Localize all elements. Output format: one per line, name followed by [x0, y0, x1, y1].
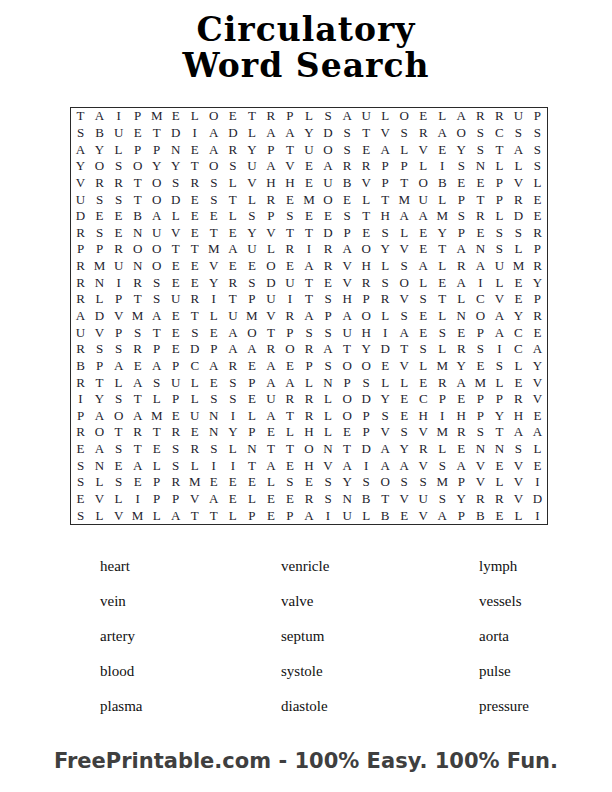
grid-cell[interactable]: V [338, 258, 357, 275]
grid-cell[interactable]: M [185, 474, 204, 491]
grid-cell[interactable]: A [280, 125, 299, 142]
grid-cell[interactable]: R [71, 341, 90, 358]
grid-cell[interactable]: S [185, 324, 204, 341]
grid-cell[interactable]: P [128, 141, 147, 158]
grid-cell[interactable]: O [147, 191, 166, 208]
grid-cell[interactable]: T [90, 374, 109, 391]
grid-cell[interactable]: V [280, 158, 299, 175]
grid-cell[interactable]: E [223, 258, 242, 275]
grid-cell[interactable]: H [357, 324, 376, 341]
grid-cell[interactable]: S [433, 457, 452, 474]
grid-cell[interactable]: T [433, 291, 452, 308]
grid-cell[interactable]: T [166, 241, 185, 258]
grid-cell[interactable]: E [509, 291, 528, 308]
grid-cell[interactable]: A [242, 341, 261, 358]
grid-cell[interactable]: N [471, 158, 490, 175]
grid-cell[interactable]: A [338, 241, 357, 258]
grid-cell[interactable]: U [509, 108, 528, 125]
grid-cell[interactable]: E [109, 208, 128, 225]
grid-cell[interactable]: S [319, 324, 338, 341]
grid-cell[interactable]: S [319, 291, 338, 308]
grid-cell[interactable]: P [261, 141, 280, 158]
grid-cell[interactable]: S [357, 474, 376, 491]
grid-cell[interactable]: A [147, 358, 166, 375]
grid-cell[interactable]: P [357, 291, 376, 308]
grid-cell[interactable]: T [147, 324, 166, 341]
grid-cell[interactable]: O [128, 241, 147, 258]
grid-cell[interactable]: E [357, 141, 376, 158]
grid-cell[interactable]: S [90, 191, 109, 208]
grid-cell[interactable]: L [433, 258, 452, 275]
grid-cell[interactable]: T [395, 341, 414, 358]
grid-cell[interactable]: C [471, 291, 490, 308]
grid-cell[interactable]: I [433, 408, 452, 425]
grid-cell[interactable]: U [223, 308, 242, 325]
grid-cell[interactable]: A [128, 457, 147, 474]
grid-cell[interactable]: Y [452, 358, 471, 375]
grid-cell[interactable]: P [528, 108, 547, 125]
grid-cell[interactable]: C [509, 324, 528, 341]
grid-cell[interactable]: T [185, 308, 204, 325]
grid-cell[interactable]: E [319, 274, 338, 291]
grid-cell[interactable]: A [528, 341, 547, 358]
grid-cell[interactable]: A [109, 358, 128, 375]
grid-cell[interactable]: C [185, 358, 204, 375]
grid-cell[interactable]: V [319, 457, 338, 474]
grid-cell[interactable]: I [204, 291, 223, 308]
grid-cell[interactable]: E [452, 441, 471, 458]
grid-cell[interactable]: A [90, 441, 109, 458]
grid-cell[interactable]: P [90, 358, 109, 375]
grid-cell[interactable]: E [528, 457, 547, 474]
grid-cell[interactable]: S [147, 374, 166, 391]
grid-cell[interactable]: I [128, 491, 147, 508]
grid-cell[interactable]: O [338, 408, 357, 425]
grid-cell[interactable]: H [509, 408, 528, 425]
grid-cell[interactable]: T [185, 241, 204, 258]
grid-cell[interactable]: A [204, 358, 223, 375]
grid-cell[interactable]: M [128, 507, 147, 524]
grid-cell[interactable]: E [147, 441, 166, 458]
grid-cell[interactable]: E [414, 108, 433, 125]
grid-cell[interactable]: R [280, 391, 299, 408]
grid-cell[interactable]: S [414, 291, 433, 308]
grid-cell[interactable]: R [128, 274, 147, 291]
grid-cell[interactable]: P [280, 507, 299, 524]
grid-cell[interactable]: S [128, 324, 147, 341]
grid-cell[interactable]: T [490, 424, 509, 441]
grid-cell[interactable]: Y [90, 391, 109, 408]
grid-cell[interactable]: L [490, 208, 509, 225]
grid-cell[interactable]: T [280, 141, 299, 158]
grid-cell[interactable]: L [242, 408, 261, 425]
grid-cell[interactable]: E [128, 125, 147, 142]
grid-cell[interactable]: S [509, 224, 528, 241]
grid-cell[interactable]: R [299, 341, 318, 358]
grid-cell[interactable]: T [280, 224, 299, 241]
grid-cell[interactable]: S [433, 324, 452, 341]
grid-cell[interactable]: A [376, 457, 395, 474]
grid-cell[interactable]: S [319, 491, 338, 508]
grid-cell[interactable]: R [528, 224, 547, 241]
grid-cell[interactable]: S [223, 391, 242, 408]
grid-cell[interactable]: A [452, 457, 471, 474]
grid-cell[interactable]: E [395, 507, 414, 524]
grid-cell[interactable]: Y [452, 141, 471, 158]
grid-cell[interactable]: A [128, 374, 147, 391]
grid-cell[interactable]: B [471, 507, 490, 524]
grid-cell[interactable]: A [490, 324, 509, 341]
grid-cell[interactable]: E [166, 341, 185, 358]
grid-cell[interactable]: L [109, 374, 128, 391]
grid-cell[interactable]: S [414, 474, 433, 491]
grid-cell[interactable]: D [90, 308, 109, 325]
grid-cell[interactable]: E [185, 258, 204, 275]
grid-cell[interactable]: R [509, 391, 528, 408]
grid-cell[interactable]: L [204, 308, 223, 325]
grid-cell[interactable]: L [376, 258, 395, 275]
grid-cell[interactable]: U [319, 175, 338, 192]
grid-cell[interactable]: P [452, 191, 471, 208]
grid-cell[interactable]: L [433, 191, 452, 208]
grid-cell[interactable]: Y [338, 474, 357, 491]
grid-cell[interactable]: O [376, 474, 395, 491]
grid-cell[interactable]: S [471, 341, 490, 358]
grid-cell[interactable]: D [319, 125, 338, 142]
grid-cell[interactable]: P [147, 491, 166, 508]
grid-cell[interactable]: L [185, 108, 204, 125]
grid-cell[interactable]: P [242, 424, 261, 441]
grid-cell[interactable]: L [414, 158, 433, 175]
grid-cell[interactable]: I [204, 457, 223, 474]
grid-cell[interactable]: P [490, 175, 509, 192]
grid-cell[interactable]: L [109, 141, 128, 158]
grid-cell[interactable]: E [338, 424, 357, 441]
grid-cell[interactable]: A [223, 341, 242, 358]
grid-cell[interactable]: I [280, 291, 299, 308]
grid-cell[interactable]: L [280, 424, 299, 441]
grid-cell[interactable]: N [471, 241, 490, 258]
grid-cell[interactable]: R [109, 175, 128, 192]
grid-cell[interactable]: A [299, 258, 318, 275]
grid-cell[interactable]: R [490, 491, 509, 508]
grid-cell[interactable]: P [90, 241, 109, 258]
grid-cell[interactable]: T [261, 441, 280, 458]
grid-cell[interactable]: L [452, 291, 471, 308]
grid-cell[interactable]: S [223, 158, 242, 175]
grid-cell[interactable]: E [319, 208, 338, 225]
grid-cell[interactable]: N [452, 308, 471, 325]
grid-cell[interactable]: A [509, 141, 528, 158]
grid-cell[interactable]: S [242, 208, 261, 225]
grid-cell[interactable]: L [299, 374, 318, 391]
grid-cell[interactable]: A [338, 308, 357, 325]
grid-cell[interactable]: R [185, 175, 204, 192]
grid-cell[interactable]: R [338, 158, 357, 175]
grid-cell[interactable]: E [128, 474, 147, 491]
grid-cell[interactable]: A [452, 108, 471, 125]
grid-cell[interactable]: M [433, 474, 452, 491]
grid-cell[interactable]: S [280, 208, 299, 225]
grid-cell[interactable]: Y [528, 358, 547, 375]
grid-cell[interactable]: P [280, 324, 299, 341]
grid-cell[interactable]: S [280, 474, 299, 491]
grid-cell[interactable]: O [452, 125, 471, 142]
grid-cell[interactable]: V [528, 374, 547, 391]
grid-cell[interactable]: E [280, 191, 299, 208]
grid-cell[interactable]: T [128, 291, 147, 308]
grid-cell[interactable]: S [509, 125, 528, 142]
grid-cell[interactable]: R [223, 141, 242, 158]
grid-cell[interactable]: D [357, 391, 376, 408]
grid-cell[interactable]: S [338, 141, 357, 158]
grid-cell[interactable]: L [490, 474, 509, 491]
grid-cell[interactable]: E [223, 491, 242, 508]
grid-cell[interactable]: R [185, 441, 204, 458]
grid-cell[interactable]: D [319, 224, 338, 241]
grid-cell[interactable]: P [204, 341, 223, 358]
grid-cell[interactable]: S [319, 358, 338, 375]
grid-cell[interactable]: L [319, 424, 338, 441]
grid-cell[interactable]: Y [299, 125, 318, 142]
grid-cell[interactable]: T [357, 208, 376, 225]
grid-cell[interactable]: T [261, 324, 280, 341]
grid-cell[interactable]: S [490, 358, 509, 375]
grid-cell[interactable]: S [490, 224, 509, 241]
grid-cell[interactable]: I [433, 158, 452, 175]
grid-cell[interactable]: A [376, 441, 395, 458]
grid-cell[interactable]: R [280, 308, 299, 325]
grid-cell[interactable]: A [71, 141, 90, 158]
grid-cell[interactable]: O [147, 258, 166, 275]
grid-cell[interactable]: A [319, 158, 338, 175]
grid-cell[interactable]: P [376, 158, 395, 175]
grid-cell[interactable]: S [109, 441, 128, 458]
grid-cell[interactable]: E [109, 224, 128, 241]
grid-cell[interactable]: S [90, 224, 109, 241]
grid-cell[interactable]: U [261, 391, 280, 408]
grid-cell[interactable]: R [109, 241, 128, 258]
grid-cell[interactable]: R [128, 424, 147, 441]
grid-cell[interactable]: P [490, 391, 509, 408]
grid-cell[interactable]: E [90, 208, 109, 225]
grid-cell[interactable]: E [471, 175, 490, 192]
grid-cell[interactable]: E [509, 374, 528, 391]
grid-cell[interactable]: R [319, 258, 338, 275]
grid-cell[interactable]: H [338, 291, 357, 308]
grid-cell[interactable]: B [338, 175, 357, 192]
grid-cell[interactable]: P [71, 408, 90, 425]
grid-cell[interactable]: E [376, 358, 395, 375]
grid-cell[interactable]: R [490, 108, 509, 125]
grid-cell[interactable]: O [395, 274, 414, 291]
grid-cell[interactable]: T [147, 424, 166, 441]
grid-cell[interactable]: U [242, 158, 261, 175]
grid-cell[interactable]: L [109, 491, 128, 508]
grid-cell[interactable]: A [261, 457, 280, 474]
grid-cell[interactable]: E [490, 457, 509, 474]
grid-cell[interactable]: U [71, 324, 90, 341]
grid-cell[interactable]: S [71, 507, 90, 524]
grid-cell[interactable]: Y [90, 141, 109, 158]
grid-cell[interactable]: S [204, 175, 223, 192]
grid-cell[interactable]: L [261, 474, 280, 491]
grid-cell[interactable]: O [280, 341, 299, 358]
grid-cell[interactable]: L [357, 191, 376, 208]
grid-cell[interactable]: D [261, 274, 280, 291]
grid-cell[interactable]: S [376, 274, 395, 291]
grid-cell[interactable]: L [223, 441, 242, 458]
grid-cell[interactable]: Y [71, 158, 90, 175]
grid-cell[interactable]: E [204, 208, 223, 225]
grid-cell[interactable]: H [452, 408, 471, 425]
grid-cell[interactable]: O [204, 108, 223, 125]
grid-cell[interactable]: E [280, 491, 299, 508]
grid-cell[interactable]: T [357, 125, 376, 142]
grid-cell[interactable]: R [414, 125, 433, 142]
grid-cell[interactable]: A [376, 141, 395, 158]
grid-cell[interactable]: A [299, 308, 318, 325]
grid-cell[interactable]: E [242, 391, 261, 408]
grid-cell[interactable]: V [338, 274, 357, 291]
grid-cell[interactable]: L [299, 108, 318, 125]
grid-cell[interactable]: U [414, 491, 433, 508]
grid-cell[interactable]: L [319, 408, 338, 425]
grid-cell[interactable]: E [166, 408, 185, 425]
grid-cell[interactable]: A [414, 258, 433, 275]
grid-cell[interactable]: M [147, 408, 166, 425]
grid-cell[interactable]: U [280, 274, 299, 291]
grid-cell[interactable]: V [471, 457, 490, 474]
grid-cell[interactable]: S [204, 191, 223, 208]
grid-cell[interactable]: P [280, 108, 299, 125]
grid-cell[interactable]: M [90, 258, 109, 275]
grid-cell[interactable]: T [204, 507, 223, 524]
grid-cell[interactable]: L [223, 507, 242, 524]
grid-cell[interactable]: L [90, 291, 109, 308]
grid-cell[interactable]: O [357, 241, 376, 258]
grid-cell[interactable]: P [166, 491, 185, 508]
grid-cell[interactable]: P [147, 474, 166, 491]
grid-cell[interactable]: L [528, 441, 547, 458]
grid-cell[interactable]: D [185, 341, 204, 358]
grid-cell[interactable]: S [490, 241, 509, 258]
grid-cell[interactable]: N [242, 441, 261, 458]
grid-cell[interactable]: S [433, 491, 452, 508]
grid-cell[interactable]: S [319, 474, 338, 491]
grid-cell[interactable]: R [261, 341, 280, 358]
grid-cell[interactable]: E [166, 108, 185, 125]
grid-cell[interactable]: E [299, 158, 318, 175]
grid-cell[interactable]: L [376, 374, 395, 391]
grid-cell[interactable]: L [490, 374, 509, 391]
grid-cell[interactable]: V [414, 424, 433, 441]
grid-cell[interactable]: E [395, 391, 414, 408]
grid-cell[interactable]: A [414, 208, 433, 225]
grid-cell[interactable]: O [261, 258, 280, 275]
grid-cell[interactable]: R [471, 491, 490, 508]
grid-cell[interactable]: Y [166, 158, 185, 175]
grid-cell[interactable]: V [261, 308, 280, 325]
grid-cell[interactable]: S [166, 457, 185, 474]
grid-cell[interactable]: T [242, 108, 261, 125]
grid-cell[interactable]: E [185, 191, 204, 208]
grid-cell[interactable]: S [71, 457, 90, 474]
grid-cell[interactable]: A [166, 507, 185, 524]
grid-cell[interactable]: C [414, 391, 433, 408]
grid-cell[interactable]: Y [509, 308, 528, 325]
grid-cell[interactable]: A [433, 125, 452, 142]
grid-cell[interactable]: V [509, 175, 528, 192]
grid-cell[interactable]: L [433, 441, 452, 458]
grid-cell[interactable]: L [509, 241, 528, 258]
grid-cell[interactable]: E [280, 457, 299, 474]
grid-cell[interactable]: A [395, 208, 414, 225]
grid-cell[interactable]: E [185, 274, 204, 291]
grid-cell[interactable]: N [204, 408, 223, 425]
grid-cell[interactable]: S [166, 175, 185, 192]
grid-cell[interactable]: P [452, 224, 471, 241]
grid-cell[interactable]: S [109, 474, 128, 491]
grid-cell[interactable]: S [395, 125, 414, 142]
grid-cell[interactable]: I [319, 507, 338, 524]
grid-cell[interactable]: R [319, 241, 338, 258]
grid-cell[interactable]: E [414, 308, 433, 325]
grid-cell[interactable]: E [414, 224, 433, 241]
grid-cell[interactable]: I [185, 125, 204, 142]
grid-cell[interactable]: R [185, 291, 204, 308]
grid-cell[interactable]: M [471, 374, 490, 391]
grid-cell[interactable]: O [147, 175, 166, 192]
grid-cell[interactable]: A [433, 507, 452, 524]
grid-cell[interactable]: E [242, 358, 261, 375]
grid-cell[interactable]: R [71, 424, 90, 441]
grid-cell[interactable]: A [90, 408, 109, 425]
grid-cell[interactable]: S [204, 441, 223, 458]
grid-cell[interactable]: A [71, 308, 90, 325]
grid-cell[interactable]: T [471, 191, 490, 208]
grid-cell[interactable]: A [223, 324, 242, 341]
grid-cell[interactable]: I [109, 108, 128, 125]
grid-cell[interactable]: L [223, 208, 242, 225]
grid-cell[interactable]: T [299, 274, 318, 291]
grid-cell[interactable]: V [376, 424, 395, 441]
grid-cell[interactable]: V [509, 491, 528, 508]
grid-cell[interactable]: P [471, 391, 490, 408]
grid-cell[interactable]: A [90, 108, 109, 125]
grid-cell[interactable]: S [166, 441, 185, 458]
grid-cell[interactable]: M [433, 424, 452, 441]
grid-cell[interactable]: R [280, 241, 299, 258]
grid-cell[interactable]: I [528, 507, 547, 524]
grid-cell[interactable]: L [147, 457, 166, 474]
grid-cell[interactable]: T [128, 175, 147, 192]
grid-cell[interactable]: L [414, 358, 433, 375]
grid-cell[interactable]: L [376, 308, 395, 325]
grid-cell[interactable]: P [109, 291, 128, 308]
grid-cell[interactable]: E [185, 141, 204, 158]
grid-cell[interactable]: L [147, 507, 166, 524]
grid-cell[interactable]: T [433, 241, 452, 258]
grid-cell[interactable]: A [471, 258, 490, 275]
grid-cell[interactable]: U [166, 291, 185, 308]
grid-cell[interactable]: S [395, 424, 414, 441]
grid-cell[interactable]: S [395, 474, 414, 491]
grid-cell[interactable]: P [490, 191, 509, 208]
grid-cell[interactable]: E [280, 358, 299, 375]
grid-cell[interactable]: P [433, 391, 452, 408]
grid-cell[interactable]: O [90, 158, 109, 175]
